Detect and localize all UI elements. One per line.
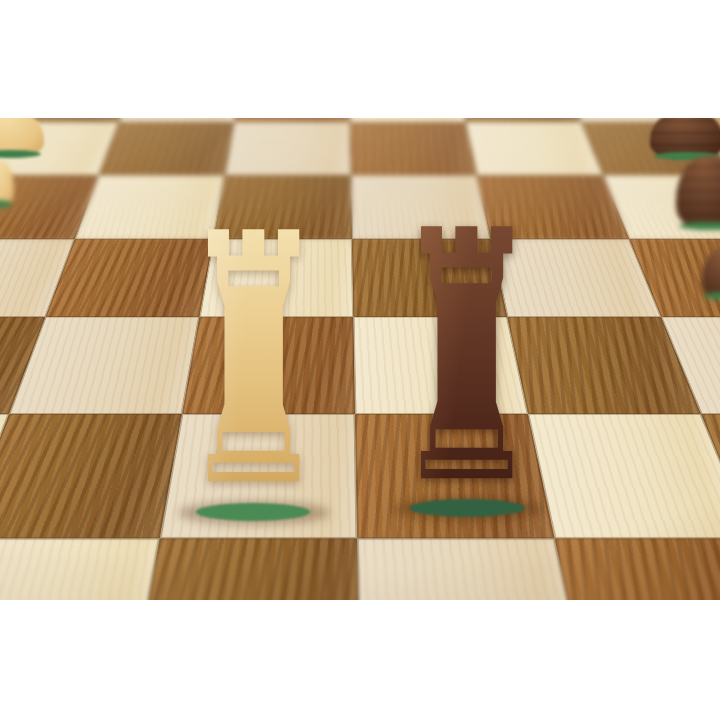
square-d1 — [0, 538, 160, 600]
blurred-boxwood-piece-1 — [0, 118, 44, 158]
black-rook-glyph: ♜ — [394, 200, 539, 517]
white-background-bottom — [0, 600, 720, 720]
white-background-top — [0, 0, 720, 118]
black-rook: ♜ — [294, 197, 639, 517]
product-photo-scene: ♜ ♜ — [0, 0, 720, 720]
photo-band: ♜ ♜ — [0, 118, 720, 600]
blurred-sheesham-piece-1 — [650, 118, 720, 160]
square-g1 — [555, 538, 720, 600]
square-g7 — [456, 118, 581, 122]
